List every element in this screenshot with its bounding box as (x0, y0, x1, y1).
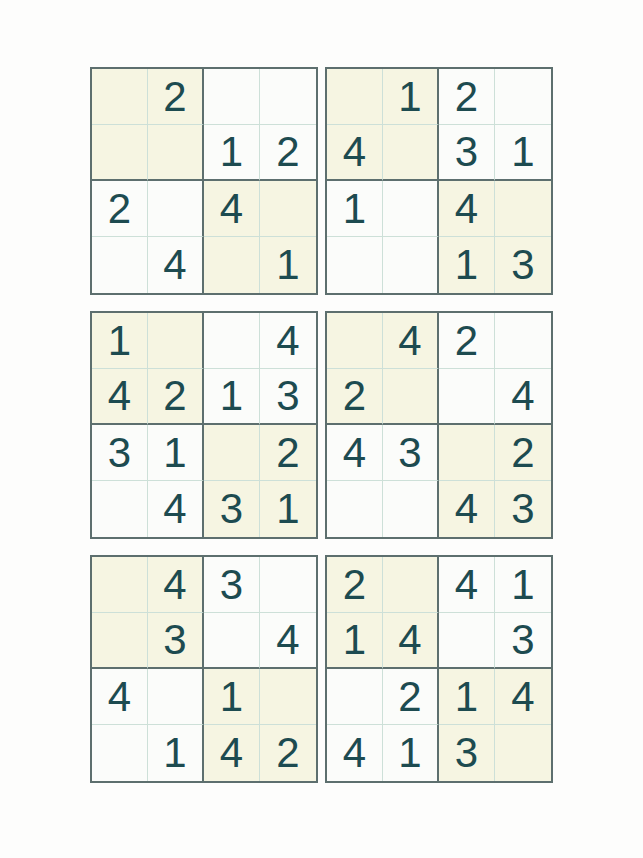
cell-r3c3[interactable]: 4 (439, 181, 495, 237)
cell-r4c4[interactable]: 1 (260, 481, 316, 537)
cell-r4c2[interactable] (383, 481, 439, 537)
cell-r4c3[interactable] (204, 237, 260, 293)
cell-r3c3[interactable]: 1 (204, 669, 260, 725)
cell-r4c3[interactable]: 4 (439, 481, 495, 537)
cell-r2c2[interactable] (148, 125, 204, 181)
cell-r2c4[interactable]: 1 (495, 125, 551, 181)
cell-r1c3[interactable]: 2 (439, 313, 495, 369)
cell-r3c1[interactable]: 4 (327, 425, 383, 481)
cell-r4c2[interactable]: 1 (383, 725, 439, 781)
cell-r3c2[interactable]: 2 (383, 669, 439, 725)
cell-r1c2[interactable] (383, 557, 439, 613)
cell-r1c3[interactable]: 3 (204, 557, 260, 613)
cell-r4c2[interactable] (383, 237, 439, 293)
cell-r4c1[interactable] (92, 237, 148, 293)
cell-r2c3[interactable]: 1 (204, 369, 260, 425)
cell-r2c3[interactable]: 3 (439, 125, 495, 181)
cell-r4c4[interactable]: 3 (495, 237, 551, 293)
cell-r2c4[interactable]: 3 (260, 369, 316, 425)
cell-r3c1[interactable]: 2 (92, 181, 148, 237)
cell-r2c2[interactable]: 4 (383, 613, 439, 669)
cell-r3c3[interactable] (204, 425, 260, 481)
cell-r1c2[interactable]: 4 (148, 557, 204, 613)
cell-r3c4[interactable]: 2 (260, 425, 316, 481)
cell-r3c2[interactable] (148, 669, 204, 725)
cell-r3c2[interactable]: 1 (148, 425, 204, 481)
cell-r2c1[interactable]: 1 (327, 613, 383, 669)
sudoku-board-2: 124311413 (325, 67, 553, 295)
cell-r4c1[interactable] (327, 481, 383, 537)
cell-r1c3[interactable]: 4 (439, 557, 495, 613)
cell-r3c2[interactable] (383, 181, 439, 237)
cell-r4c3[interactable]: 1 (439, 237, 495, 293)
cell-r2c3[interactable]: 1 (204, 125, 260, 181)
cell-r1c4[interactable]: 4 (260, 313, 316, 369)
cell-r4c2[interactable]: 1 (148, 725, 204, 781)
cell-r1c3[interactable] (204, 313, 260, 369)
cell-r4c1[interactable] (92, 725, 148, 781)
cell-r3c3[interactable]: 1 (439, 669, 495, 725)
cell-r1c4[interactable] (260, 69, 316, 125)
cell-r4c1[interactable] (327, 237, 383, 293)
cell-r1c2[interactable]: 4 (383, 313, 439, 369)
cell-r1c1[interactable]: 2 (327, 557, 383, 613)
cell-r4c4[interactable]: 2 (260, 725, 316, 781)
cell-r4c2[interactable]: 4 (148, 237, 204, 293)
puzzle-sheet: 2122441 124311413 144213312431 422443243… (90, 67, 553, 783)
cell-r1c1[interactable] (92, 557, 148, 613)
cell-r1c2[interactable]: 2 (148, 69, 204, 125)
cell-r3c4[interactable]: 4 (495, 669, 551, 725)
cell-r2c2[interactable]: 3 (148, 613, 204, 669)
cell-r1c1[interactable] (327, 69, 383, 125)
cell-r2c1[interactable] (92, 613, 148, 669)
cell-r4c4[interactable]: 3 (495, 481, 551, 537)
cell-r2c1[interactable]: 2 (327, 369, 383, 425)
cell-r4c2[interactable]: 4 (148, 481, 204, 537)
cell-r4c3[interactable]: 3 (204, 481, 260, 537)
cell-r1c3[interactable]: 2 (439, 69, 495, 125)
cell-r3c4[interactable] (495, 181, 551, 237)
sudoku-board-4: 422443243 (325, 311, 553, 539)
sudoku-board-3: 144213312431 (90, 311, 318, 539)
cell-r2c4[interactable]: 4 (495, 369, 551, 425)
sudoku-board-1: 2122441 (90, 67, 318, 295)
cell-r3c2[interactable] (148, 181, 204, 237)
cell-r1c1[interactable]: 1 (92, 313, 148, 369)
cell-r1c4[interactable]: 1 (495, 557, 551, 613)
sudoku-board-5: 433441142 (90, 555, 318, 783)
cell-r2c2[interactable]: 2 (148, 369, 204, 425)
cell-r2c3[interactable] (204, 613, 260, 669)
cell-r4c3[interactable]: 4 (204, 725, 260, 781)
cell-r2c3[interactable] (439, 369, 495, 425)
cell-r2c1[interactable] (92, 125, 148, 181)
cell-r1c4[interactable] (495, 69, 551, 125)
cell-r2c1[interactable]: 4 (327, 125, 383, 181)
cell-r1c2[interactable]: 1 (383, 69, 439, 125)
cell-r1c4[interactable] (495, 313, 551, 369)
cell-r2c4[interactable]: 4 (260, 613, 316, 669)
cell-r4c1[interactable] (92, 481, 148, 537)
cell-r2c3[interactable] (439, 613, 495, 669)
cell-r4c3[interactable]: 3 (439, 725, 495, 781)
cell-r3c4[interactable]: 2 (495, 425, 551, 481)
cell-r3c2[interactable]: 3 (383, 425, 439, 481)
cell-r3c1[interactable]: 3 (92, 425, 148, 481)
sudoku-board-6: 241143214413 (325, 555, 553, 783)
cell-r4c4[interactable]: 1 (260, 237, 316, 293)
cell-r3c1[interactable]: 4 (92, 669, 148, 725)
cell-r1c1[interactable] (92, 69, 148, 125)
cell-r4c4[interactable] (495, 725, 551, 781)
cell-r3c4[interactable] (260, 181, 316, 237)
cell-r1c4[interactable] (260, 557, 316, 613)
cell-r2c1[interactable]: 4 (92, 369, 148, 425)
cell-r3c1[interactable] (327, 669, 383, 725)
cell-r1c3[interactable] (204, 69, 260, 125)
cell-r2c4[interactable]: 3 (495, 613, 551, 669)
cell-r4c1[interactable]: 4 (327, 725, 383, 781)
cell-r3c3[interactable]: 4 (204, 181, 260, 237)
cell-r1c2[interactable] (148, 313, 204, 369)
cell-r1c1[interactable] (327, 313, 383, 369)
cell-r3c4[interactable] (260, 669, 316, 725)
cell-r2c4[interactable]: 2 (260, 125, 316, 181)
cell-r3c1[interactable]: 1 (327, 181, 383, 237)
cell-r2c2[interactable] (383, 125, 439, 181)
cell-r2c2[interactable] (383, 369, 439, 425)
cell-r3c3[interactable] (439, 425, 495, 481)
